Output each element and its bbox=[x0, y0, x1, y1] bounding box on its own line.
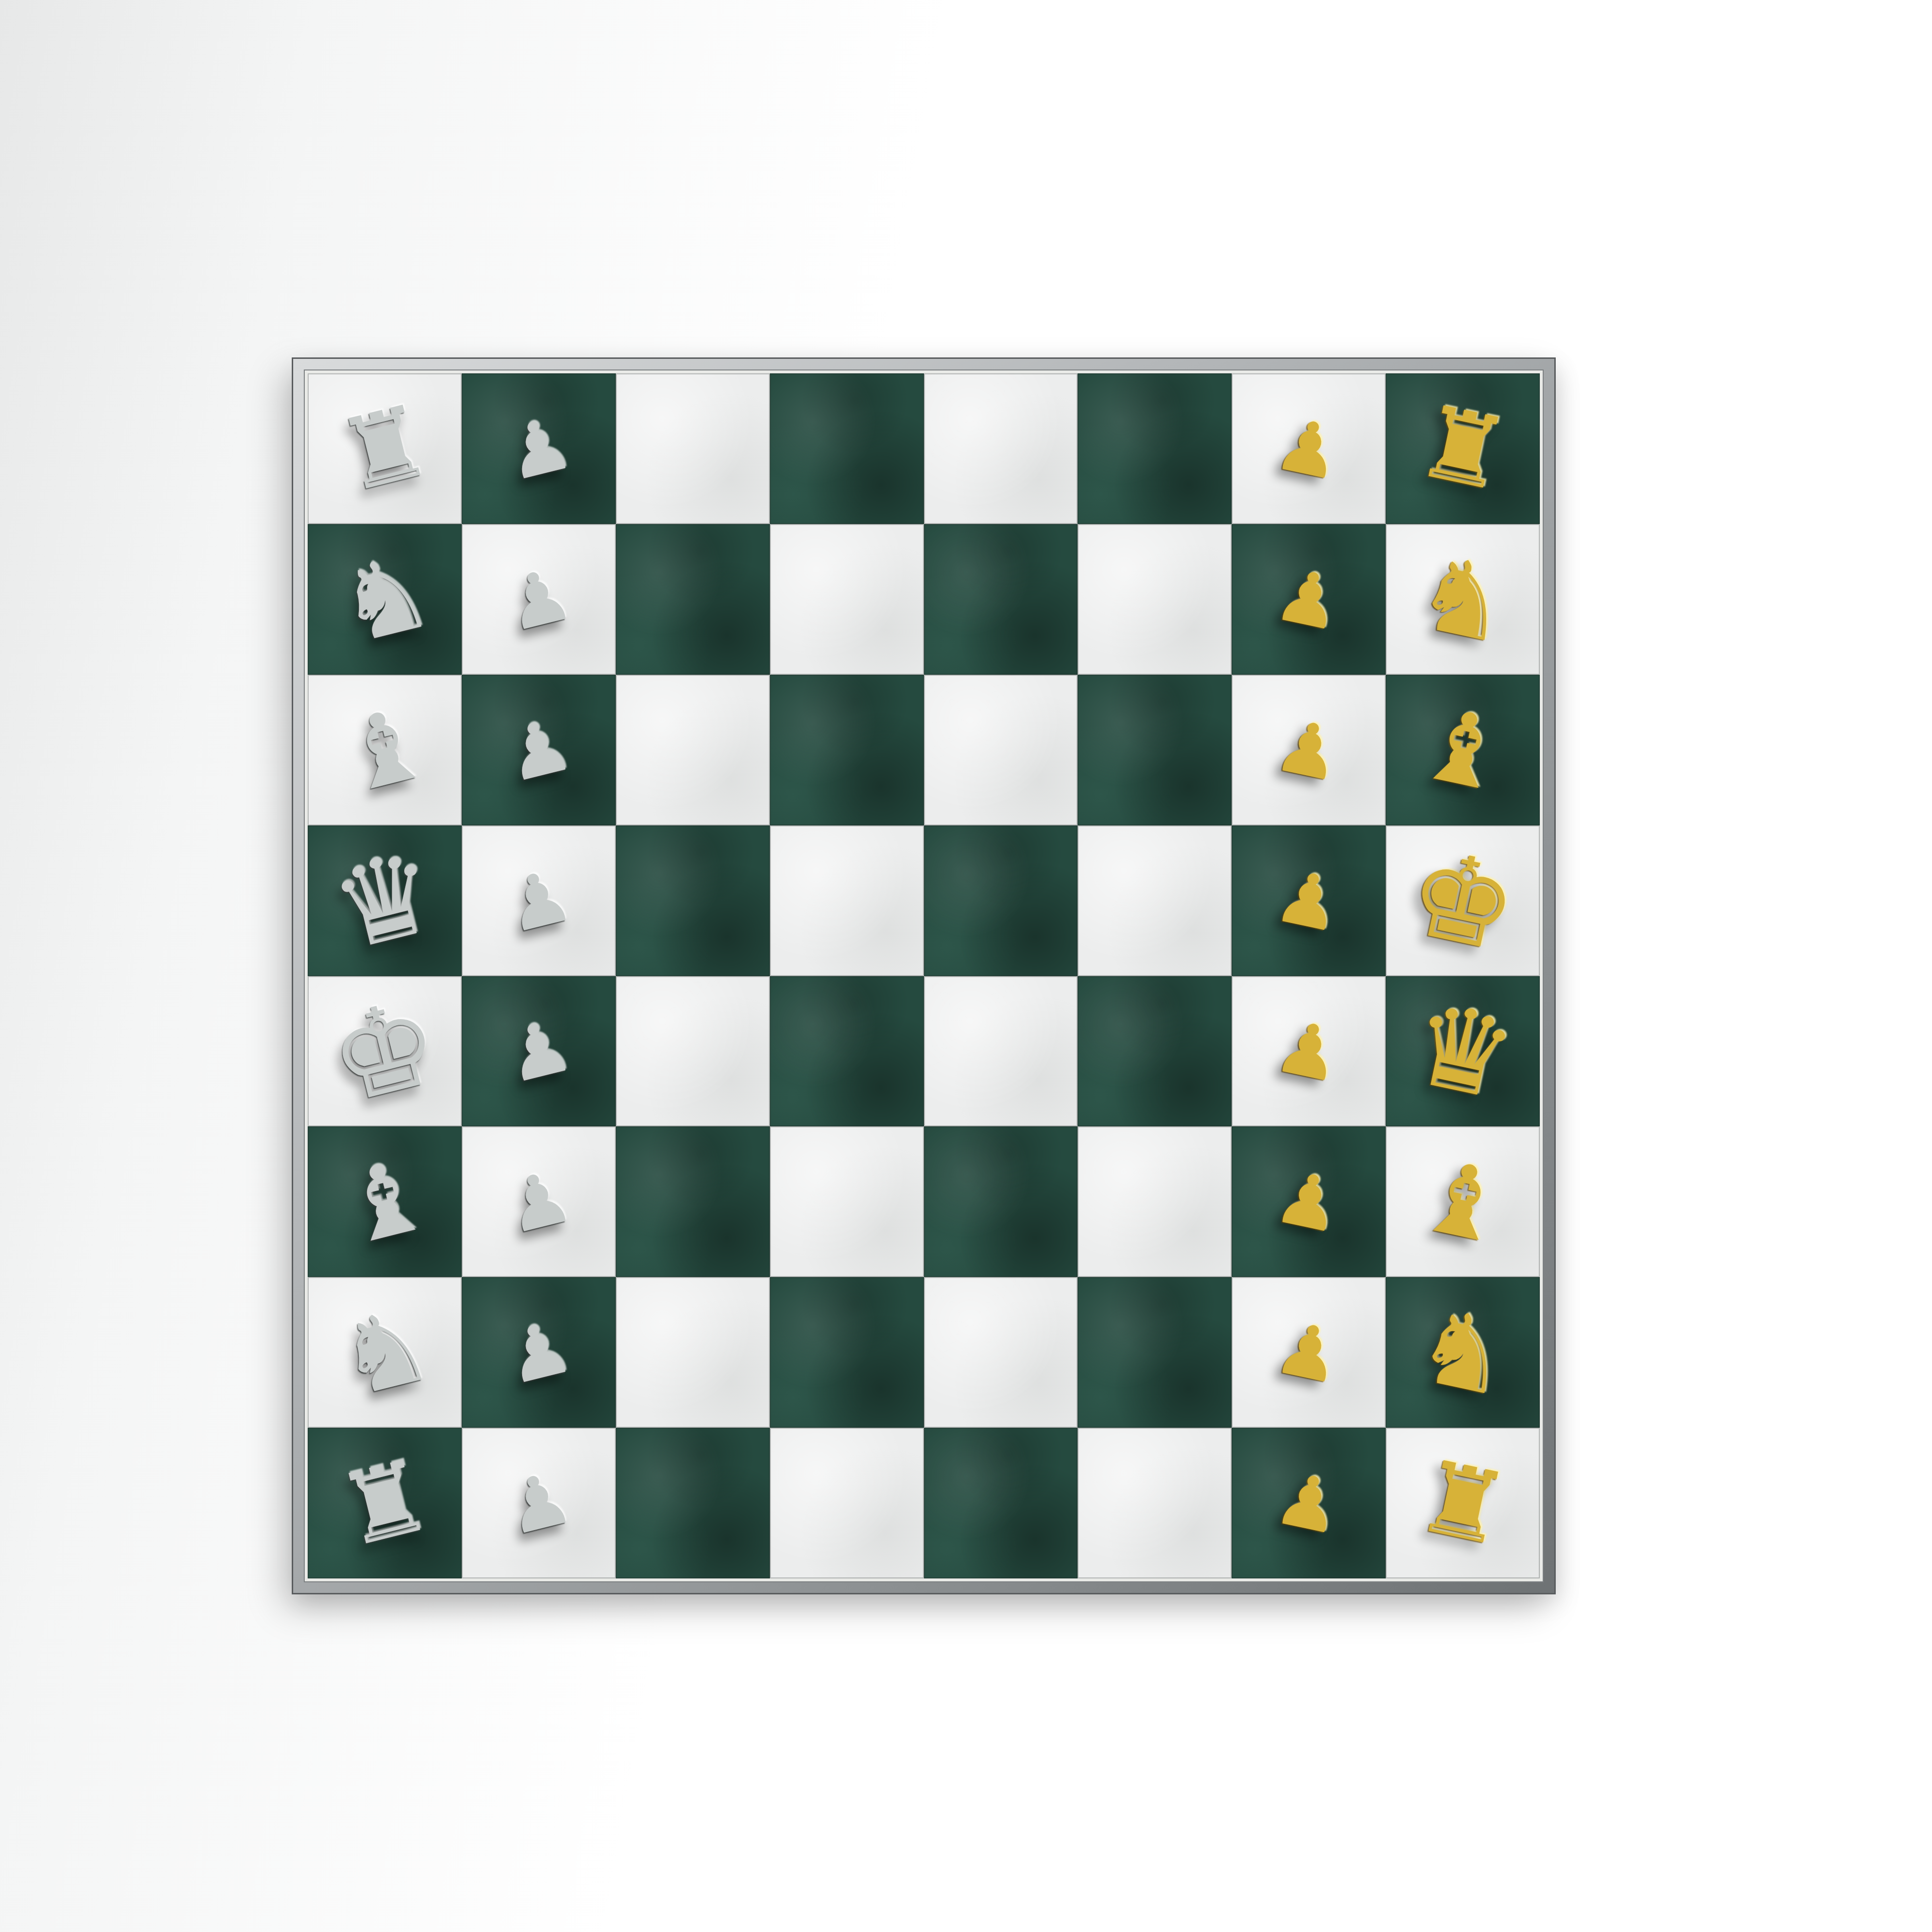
board-square[interactable] bbox=[924, 1428, 1078, 1578]
board-square[interactable] bbox=[770, 976, 924, 1127]
gold-pawn[interactable]: ♟ bbox=[1269, 1160, 1348, 1244]
gold-bishop[interactable]: ♝ bbox=[1409, 1144, 1516, 1260]
board-square[interactable]: ♞ bbox=[308, 1277, 462, 1428]
silver-queen[interactable]: ♛ bbox=[322, 833, 448, 968]
board-square[interactable]: ♟ bbox=[1232, 1277, 1386, 1428]
board-square[interactable] bbox=[1078, 825, 1232, 976]
gold-rook[interactable]: ♜ bbox=[1409, 1446, 1516, 1561]
silver-rook[interactable]: ♜ bbox=[329, 1444, 440, 1562]
board-square[interactable] bbox=[616, 675, 770, 825]
board-square[interactable]: ♟ bbox=[462, 976, 616, 1127]
board-square[interactable]: ♝ bbox=[1386, 675, 1540, 825]
board-frame: ♜♟♟♜♞♟♟♞♝♟♟♝♛♟♟♚♚♟♟♛♝♟♟♝♞♟♟♞♜♟♟♜ bbox=[293, 359, 1554, 1593]
gold-pawn[interactable]: ♟ bbox=[1269, 407, 1348, 491]
board-square[interactable] bbox=[616, 1428, 770, 1578]
gold-pawn[interactable]: ♟ bbox=[1269, 858, 1348, 943]
board-square[interactable] bbox=[770, 1428, 924, 1578]
silver-pawn[interactable]: ♟ bbox=[498, 1008, 579, 1094]
gold-pawn[interactable]: ♟ bbox=[1269, 1461, 1348, 1546]
silver-knight[interactable]: ♞ bbox=[328, 539, 442, 660]
board-square[interactable]: ♟ bbox=[1232, 1126, 1386, 1277]
board-square[interactable]: ♜ bbox=[308, 1428, 462, 1578]
silver-rook[interactable]: ♜ bbox=[329, 390, 440, 507]
board-square[interactable]: ♜ bbox=[308, 373, 462, 524]
board-square[interactable]: ♜ bbox=[1386, 373, 1540, 524]
board-square[interactable] bbox=[924, 373, 1078, 524]
board-square[interactable] bbox=[616, 524, 770, 675]
board-square[interactable]: ♛ bbox=[1386, 976, 1540, 1127]
gold-pawn[interactable]: ♟ bbox=[1269, 1009, 1348, 1094]
board-square[interactable] bbox=[924, 675, 1078, 825]
board-square[interactable]: ♟ bbox=[462, 1277, 616, 1428]
board-square[interactable] bbox=[770, 524, 924, 675]
board-square[interactable] bbox=[616, 1126, 770, 1277]
silver-knight[interactable]: ♞ bbox=[328, 1292, 442, 1413]
board-square[interactable] bbox=[924, 825, 1078, 976]
silver-pawn[interactable]: ♟ bbox=[498, 556, 579, 642]
silver-pawn[interactable]: ♟ bbox=[498, 406, 579, 492]
board-square[interactable]: ♟ bbox=[1232, 976, 1386, 1127]
board-square[interactable]: ♚ bbox=[308, 976, 462, 1127]
board-square[interactable] bbox=[1078, 524, 1232, 675]
board-square[interactable]: ♜ bbox=[1386, 1428, 1540, 1578]
board-square[interactable]: ♟ bbox=[1232, 373, 1386, 524]
chess-board: ♜♟♟♜♞♟♟♞♝♟♟♝♛♟♟♚♚♟♟♛♝♟♟♝♞♟♟♞♜♟♟♜ bbox=[308, 373, 1540, 1578]
gold-pawn[interactable]: ♟ bbox=[1269, 1310, 1348, 1395]
silver-pawn[interactable]: ♟ bbox=[498, 1460, 579, 1546]
board-square[interactable] bbox=[1078, 1277, 1232, 1428]
board-square[interactable]: ♝ bbox=[308, 675, 462, 825]
silver-pawn[interactable]: ♟ bbox=[498, 1309, 579, 1395]
board-square[interactable] bbox=[616, 825, 770, 976]
board-square[interactable] bbox=[770, 675, 924, 825]
board-square[interactable]: ♟ bbox=[462, 373, 616, 524]
board-square[interactable] bbox=[616, 1277, 770, 1428]
board-square[interactable]: ♟ bbox=[1232, 1428, 1386, 1578]
board-square[interactable] bbox=[1078, 675, 1232, 825]
board-square[interactable]: ♝ bbox=[308, 1126, 462, 1277]
gold-king[interactable]: ♚ bbox=[1398, 831, 1527, 969]
board-square[interactable]: ♟ bbox=[1232, 825, 1386, 976]
silver-bishop[interactable]: ♝ bbox=[329, 1143, 440, 1261]
board-square[interactable]: ♚ bbox=[1386, 825, 1540, 976]
board-square[interactable]: ♟ bbox=[462, 1126, 616, 1277]
board-square[interactable] bbox=[770, 373, 924, 524]
board-square[interactable] bbox=[1078, 1428, 1232, 1578]
board-square[interactable] bbox=[616, 976, 770, 1127]
board-square[interactable]: ♟ bbox=[1232, 675, 1386, 825]
board-square[interactable]: ♟ bbox=[462, 524, 616, 675]
board-square[interactable]: ♟ bbox=[462, 675, 616, 825]
board-square[interactable] bbox=[1078, 373, 1232, 524]
silver-pawn[interactable]: ♟ bbox=[498, 707, 579, 793]
gold-bishop[interactable]: ♝ bbox=[1409, 692, 1516, 808]
board-square[interactable]: ♝ bbox=[1386, 1126, 1540, 1277]
silver-pawn[interactable]: ♟ bbox=[498, 1159, 579, 1245]
gold-knight[interactable]: ♞ bbox=[1407, 540, 1519, 659]
board-inner-border: ♜♟♟♜♞♟♟♞♝♟♟♝♛♟♟♚♚♟♟♛♝♟♟♝♞♟♟♞♜♟♟♜ bbox=[304, 369, 1544, 1582]
board-square[interactable]: ♛ bbox=[308, 825, 462, 976]
board-square[interactable]: ♟ bbox=[462, 825, 616, 976]
board-square[interactable] bbox=[924, 1277, 1078, 1428]
silver-pawn[interactable]: ♟ bbox=[498, 858, 579, 944]
gold-knight[interactable]: ♞ bbox=[1407, 1293, 1519, 1412]
board-square[interactable] bbox=[1078, 1126, 1232, 1277]
gold-pawn[interactable]: ♟ bbox=[1269, 708, 1348, 792]
board-square[interactable] bbox=[770, 825, 924, 976]
gold-rook[interactable]: ♜ bbox=[1409, 391, 1516, 507]
board-square[interactable] bbox=[924, 524, 1078, 675]
board-square[interactable]: ♞ bbox=[308, 524, 462, 675]
board-square[interactable] bbox=[924, 1126, 1078, 1277]
silver-bishop[interactable]: ♝ bbox=[329, 691, 440, 809]
board-square[interactable] bbox=[770, 1277, 924, 1428]
board-square[interactable] bbox=[1078, 976, 1232, 1127]
board-square[interactable] bbox=[770, 1126, 924, 1277]
board-square[interactable]: ♞ bbox=[1386, 524, 1540, 675]
board-square[interactable] bbox=[924, 976, 1078, 1127]
board-square[interactable]: ♟ bbox=[1232, 524, 1386, 675]
gold-queen[interactable]: ♛ bbox=[1401, 985, 1524, 1118]
gold-pawn[interactable]: ♟ bbox=[1269, 557, 1348, 641]
board-square[interactable] bbox=[616, 373, 770, 524]
board-square[interactable]: ♞ bbox=[1386, 1277, 1540, 1428]
silver-king[interactable]: ♚ bbox=[319, 980, 451, 1122]
board-square[interactable]: ♟ bbox=[462, 1428, 616, 1578]
